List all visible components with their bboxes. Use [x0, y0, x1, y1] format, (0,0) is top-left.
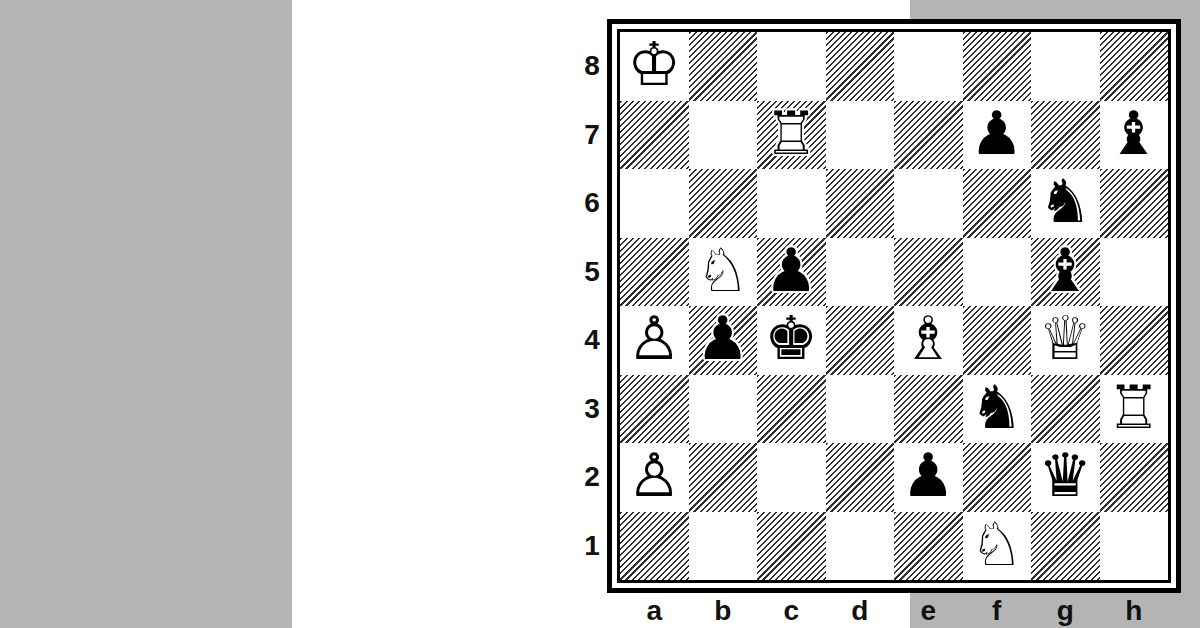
square-d3: [826, 375, 895, 444]
square-h2: [1100, 443, 1169, 512]
piece-white-rook: ♜♖: [1100, 375, 1169, 444]
square-c3: [757, 375, 826, 444]
square-e4: ♝♗: [894, 306, 963, 375]
square-c1: [757, 512, 826, 581]
piece-black-knight: ♞♞: [1031, 169, 1100, 238]
rank-label-3: 3: [578, 375, 606, 444]
piece-white-rook: ♜♖: [757, 101, 826, 170]
white-knight-icon: ♘: [696, 239, 750, 299]
square-h6: [1100, 169, 1169, 238]
square-a1: [620, 512, 689, 581]
square-b7: [689, 101, 758, 170]
square-g8: [1031, 32, 1100, 101]
black-knight-icon: ♞: [1038, 171, 1092, 231]
square-a4: ♟︎♙: [620, 306, 689, 375]
square-d2: [826, 443, 895, 512]
rank-label-5: 5: [578, 238, 606, 307]
white-bishop-icon: ♗: [901, 308, 955, 368]
square-a8: ♚♔: [620, 32, 689, 101]
square-d7: [826, 101, 895, 170]
square-f6: [963, 169, 1032, 238]
file-label-a: a: [620, 595, 689, 627]
file-label-g: g: [1031, 595, 1100, 627]
piece-white-queen: ♛♕: [1031, 306, 1100, 375]
rank-label-7: 7: [578, 101, 606, 170]
rank-label-1: 1: [578, 512, 606, 581]
piece-white-king: ♚♔: [620, 32, 689, 101]
file-label-f: f: [963, 595, 1032, 627]
piece-black-bishop: ♝♝: [1100, 101, 1169, 170]
black-bishop-icon: ♝: [1038, 239, 1092, 299]
white-knight-icon: ♘: [970, 513, 1024, 573]
square-f5: [963, 238, 1032, 307]
square-b4: ♟︎♟︎: [689, 306, 758, 375]
piece-white-pawn: ♟︎♙: [620, 443, 689, 512]
white-rook-icon: ♖: [764, 102, 818, 162]
square-e6: [894, 169, 963, 238]
square-b3: [689, 375, 758, 444]
square-a7: [620, 101, 689, 170]
square-h1: [1100, 512, 1169, 581]
file-label-c: c: [757, 595, 826, 627]
square-h3: ♜♖: [1100, 375, 1169, 444]
black-pawn-icon: ♟︎: [764, 239, 818, 299]
black-bishop-icon: ♝: [1107, 102, 1161, 162]
black-knight-icon: ♞: [970, 376, 1024, 436]
square-f4: [963, 306, 1032, 375]
square-c6: [757, 169, 826, 238]
piece-black-knight: ♞♞: [963, 375, 1032, 444]
square-e5: [894, 238, 963, 307]
square-f2: [963, 443, 1032, 512]
square-f8: [963, 32, 1032, 101]
file-labels: abcdefgh: [620, 595, 1168, 627]
square-b5: ♞♘: [689, 238, 758, 307]
white-rook-icon: ♖: [1107, 376, 1161, 436]
square-d8: [826, 32, 895, 101]
square-a3: [620, 375, 689, 444]
white-pawn-icon: ♙: [627, 308, 681, 368]
square-c7: ♜♖: [757, 101, 826, 170]
piece-black-pawn: ♟︎♟︎: [963, 101, 1032, 170]
piece-white-knight: ♞♘: [689, 238, 758, 307]
rank-label-2: 2: [578, 443, 606, 512]
black-king-icon: ♚: [764, 308, 818, 368]
square-g6: ♞♞: [1031, 169, 1100, 238]
piece-black-pawn: ♟︎♟︎: [689, 306, 758, 375]
square-d1: [826, 512, 895, 581]
piece-black-queen: ♛♛: [1031, 443, 1100, 512]
square-h4: [1100, 306, 1169, 375]
square-b2: [689, 443, 758, 512]
square-c8: [757, 32, 826, 101]
square-g3: [1031, 375, 1100, 444]
square-h7: ♝♝: [1100, 101, 1169, 170]
square-a2: ♟︎♙: [620, 443, 689, 512]
square-d5: [826, 238, 895, 307]
square-c5: ♟︎♟︎: [757, 238, 826, 307]
rank-label-8: 8: [578, 32, 606, 101]
square-b6: [689, 169, 758, 238]
black-pawn-icon: ♟︎: [696, 308, 750, 368]
white-pawn-icon: ♙: [627, 445, 681, 505]
piece-white-bishop: ♝♗: [894, 306, 963, 375]
square-e2: ♟︎♟︎: [894, 443, 963, 512]
piece-black-pawn: ♟︎♟︎: [894, 443, 963, 512]
square-e7: [894, 101, 963, 170]
square-h5: [1100, 238, 1169, 307]
square-b8: [689, 32, 758, 101]
file-label-d: d: [826, 595, 895, 627]
square-b1: [689, 512, 758, 581]
square-d6: [826, 169, 895, 238]
square-g2: ♛♛: [1031, 443, 1100, 512]
square-f7: ♟︎♟︎: [963, 101, 1032, 170]
rank-labels: 87654321: [578, 32, 606, 580]
square-f3: ♞♞: [963, 375, 1032, 444]
square-g7: [1031, 101, 1100, 170]
board-frame: ♚♔♜♖♟︎♟︎♝♝♞♞♞♘♟︎♟︎♝♝♟︎♙♟︎♟︎♚♚♝♗♛♕♞♞♜♖♟︎♙…: [607, 19, 1181, 593]
square-a5: [620, 238, 689, 307]
piece-black-pawn: ♟︎♟︎: [757, 238, 826, 307]
square-f1: ♞♘: [963, 512, 1032, 581]
piece-black-bishop: ♝♝: [1031, 238, 1100, 307]
page-background: 87654321 ♚♔♜♖♟︎♟︎♝♝♞♞♞♘♟︎♟︎♝♝♟︎♙♟︎♟︎♚♚♝♗…: [0, 0, 1200, 628]
piece-black-king: ♚♚: [757, 306, 826, 375]
square-h8: [1100, 32, 1169, 101]
white-king-icon: ♔: [627, 34, 681, 94]
square-e8: [894, 32, 963, 101]
file-label-b: b: [689, 595, 758, 627]
square-c4: ♚♚: [757, 306, 826, 375]
square-g1: [1031, 512, 1100, 581]
square-c2: [757, 443, 826, 512]
black-queen-icon: ♛: [1038, 445, 1092, 505]
square-d4: [826, 306, 895, 375]
square-e1: [894, 512, 963, 581]
piece-white-pawn: ♟︎♙: [620, 306, 689, 375]
square-a6: [620, 169, 689, 238]
piece-white-knight: ♞♘: [963, 512, 1032, 581]
diagram-panel: 87654321 ♚♔♜♖♟︎♟︎♝♝♞♞♞♘♟︎♟︎♝♝♟︎♙♟︎♟︎♚♚♝♗…: [292, 0, 910, 628]
white-queen-icon: ♕: [1038, 308, 1092, 368]
file-label-e: e: [894, 595, 963, 627]
board-inner-border: ♚♔♜♖♟︎♟︎♝♝♞♞♞♘♟︎♟︎♝♝♟︎♙♟︎♟︎♚♚♝♗♛♕♞♞♜♖♟︎♙…: [617, 29, 1171, 583]
square-g5: ♝♝: [1031, 238, 1100, 307]
rank-label-6: 6: [578, 169, 606, 238]
black-pawn-icon: ♟︎: [901, 445, 955, 505]
chess-board: ♚♔♜♖♟︎♟︎♝♝♞♞♞♘♟︎♟︎♝♝♟︎♙♟︎♟︎♚♚♝♗♛♕♞♞♜♖♟︎♙…: [620, 32, 1168, 580]
rank-label-4: 4: [578, 306, 606, 375]
black-pawn-icon: ♟︎: [970, 102, 1024, 162]
square-e3: [894, 375, 963, 444]
file-label-h: h: [1100, 595, 1169, 627]
square-g4: ♛♕: [1031, 306, 1100, 375]
